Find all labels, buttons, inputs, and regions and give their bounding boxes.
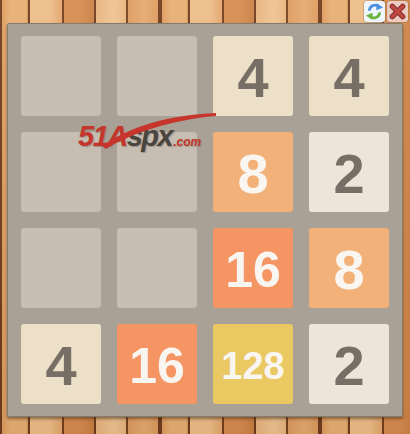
refresh-icon <box>365 2 384 21</box>
tile-4: 4 <box>21 324 101 404</box>
tile-4: 4 <box>213 36 293 116</box>
cell-empty <box>21 228 101 308</box>
board[interactable]: 44821684161282 <box>7 23 403 417</box>
tile-16: 16 <box>213 228 293 308</box>
tile-2: 2 <box>309 132 389 212</box>
cell-empty <box>117 228 197 308</box>
refresh-button[interactable] <box>364 1 385 22</box>
window-controls <box>364 1 408 22</box>
cell-empty <box>117 132 197 212</box>
cell-empty <box>117 36 197 116</box>
close-button[interactable] <box>387 1 408 22</box>
tile-8: 8 <box>309 228 389 308</box>
tile-16: 16 <box>117 324 197 404</box>
tile-2: 2 <box>309 324 389 404</box>
tile-128: 128 <box>213 324 293 404</box>
cell-empty <box>21 36 101 116</box>
cell-empty <box>21 132 101 212</box>
close-icon <box>388 2 407 21</box>
tile-8: 8 <box>213 132 293 212</box>
tile-4: 4 <box>309 36 389 116</box>
